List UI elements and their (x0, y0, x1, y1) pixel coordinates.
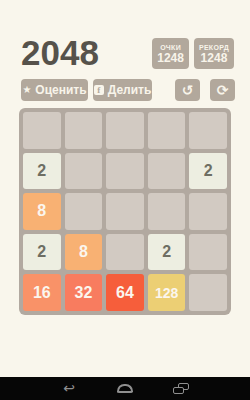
tile-2: 2 (23, 153, 61, 190)
best-score-value: 1248 (201, 52, 228, 65)
empty-cell (65, 112, 103, 149)
empty-cell (106, 153, 144, 190)
star-icon: ★ (22, 85, 31, 95)
score-value: 1248 (157, 52, 184, 65)
empty-cell (106, 193, 144, 230)
back-icon: ↩ (63, 381, 75, 395)
tile-2: 2 (23, 234, 61, 271)
share-button[interactable]: f Делить (93, 79, 152, 101)
facebook-icon: f (94, 85, 104, 95)
score-badges: ОЧКИ 1248 РЕКОРД 1248 (152, 38, 234, 69)
tile-2: 2 (189, 153, 227, 190)
empty-cell (23, 112, 61, 149)
empty-cell (106, 234, 144, 271)
rate-button[interactable]: ★ Оценить (21, 79, 88, 101)
undo-icon: ↺ (182, 83, 194, 97)
app-screen: 2048 ОЧКИ 1248 РЕКОРД 1248 ★ Оценить f Д… (0, 0, 250, 400)
share-button-label: Делить (108, 83, 152, 97)
empty-cell (148, 112, 186, 149)
restart-button[interactable]: ⟳ (210, 79, 235, 101)
tile-128: 128 (148, 274, 186, 311)
empty-cell (106, 112, 144, 149)
home-icon (117, 384, 133, 393)
empty-cell (148, 153, 186, 190)
recents-icon (173, 383, 189, 394)
empty-cell (148, 193, 186, 230)
empty-cell (189, 112, 227, 149)
empty-cell (189, 274, 227, 311)
android-navbar: ↩ (0, 377, 250, 400)
empty-cell (65, 153, 103, 190)
score-badge: ОЧКИ 1248 (152, 38, 189, 69)
tile-16: 16 (23, 274, 61, 311)
empty-cell (189, 234, 227, 271)
tile-2: 2 (148, 234, 186, 271)
rate-button-label: Оценить (35, 83, 86, 97)
empty-cell (65, 193, 103, 230)
restart-icon: ⟳ (217, 83, 229, 97)
board[interactable]: 228282163264128 (19, 108, 231, 315)
back-button[interactable]: ↩ (60, 382, 78, 396)
tile-8: 8 (65, 234, 103, 271)
game-title: 2048 (21, 33, 99, 73)
toolbar: ★ Оценить f Делить ↺ ⟳ (0, 79, 250, 101)
tile-64: 64 (106, 274, 144, 311)
undo-button[interactable]: ↺ (175, 79, 200, 101)
empty-cell (189, 193, 227, 230)
home-button[interactable] (116, 382, 134, 396)
recents-button[interactable] (172, 382, 190, 396)
best-score-badge: РЕКОРД 1248 (194, 38, 234, 69)
tile-8: 8 (23, 193, 61, 230)
tile-32: 32 (65, 274, 103, 311)
